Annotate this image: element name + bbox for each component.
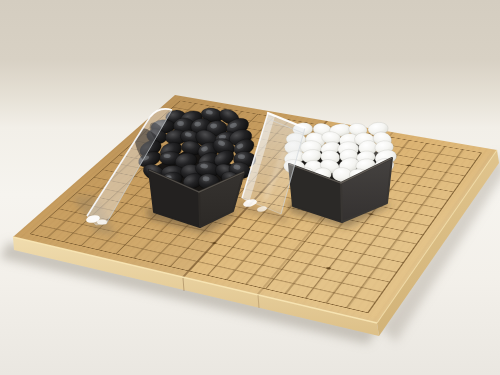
goban-grid[interactable] [29, 101, 482, 314]
board-wood-surface [13, 95, 497, 323]
photo-scene [0, 0, 500, 375]
go-board[interactable] [13, 95, 497, 323]
